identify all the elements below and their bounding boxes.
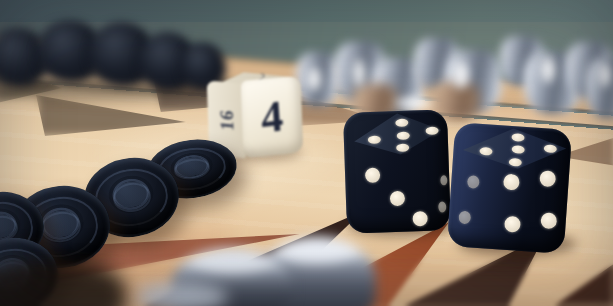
- doubling-cube-side-value: 16: [215, 108, 238, 131]
- specular-glint: [306, 66, 322, 92]
- specular-glint: [540, 56, 556, 84]
- die-left: [343, 109, 451, 234]
- doubling-cube-front-face: 4: [241, 76, 304, 158]
- doubling-cube-front-value: 4: [259, 90, 284, 143]
- specular-glint: [452, 60, 470, 90]
- specular-glint: [598, 62, 612, 88]
- photo-backgammon-scene: 2 16 4: [0, 0, 613, 306]
- specular-glint: [352, 58, 366, 88]
- die-right: [447, 122, 572, 254]
- metal-checker-foreground-glow: [136, 282, 228, 306]
- specular-glint: [394, 96, 434, 110]
